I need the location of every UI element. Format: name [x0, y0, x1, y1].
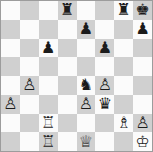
- square-e7: ♟: [77, 20, 96, 39]
- piece-white-king: ♔: [135, 133, 149, 149]
- square-d7: [58, 20, 77, 39]
- square-e3: ♙: [77, 95, 96, 114]
- square-g8: ♜: [114, 1, 133, 20]
- square-e1: ♕: [77, 132, 96, 151]
- square-g7: [114, 20, 133, 39]
- piece-white-pawn: ♙: [98, 77, 112, 93]
- piece-white-bishop: ♗: [117, 114, 131, 130]
- square-f4: ♙: [95, 76, 114, 95]
- square-a1: [1, 132, 20, 151]
- square-h1: ♔: [133, 132, 152, 151]
- piece-black-pawn: ♟: [41, 39, 55, 55]
- piece-white-rook: ♖: [41, 114, 55, 130]
- square-g2: ♗: [114, 114, 133, 133]
- square-f6: ♟: [95, 39, 114, 58]
- chess-board: ♜♜♚♟♟♟♟♙♞♙♙♙♛♖♗♙♖♕♔: [1, 1, 152, 151]
- square-a3: ♙: [1, 95, 20, 114]
- square-f1: [95, 132, 114, 151]
- square-h2: ♙: [133, 114, 152, 133]
- square-c3: [39, 95, 58, 114]
- square-d1: [58, 132, 77, 151]
- chess-board-frame: ♜♜♚♟♟♟♟♙♞♙♙♙♛♖♗♙♖♕♔: [0, 0, 153, 152]
- square-h5: [133, 57, 152, 76]
- square-b4: ♙: [20, 76, 39, 95]
- piece-black-pawn: ♟: [98, 39, 112, 55]
- square-b6: [20, 39, 39, 58]
- square-h8: ♚: [133, 1, 152, 20]
- square-e4: ♞: [77, 76, 96, 95]
- square-a8: [1, 1, 20, 20]
- piece-black-rook: ♜: [117, 2, 131, 18]
- square-e5: [77, 57, 96, 76]
- square-g5: [114, 57, 133, 76]
- piece-white-rook: ♖: [41, 133, 55, 149]
- square-d5: [58, 57, 77, 76]
- piece-black-queen: ♛: [98, 96, 112, 112]
- square-d2: [58, 114, 77, 133]
- square-g6: [114, 39, 133, 58]
- piece-black-pawn: ♟: [135, 21, 149, 37]
- square-f7: [95, 20, 114, 39]
- square-c8: [39, 1, 58, 20]
- square-f8: [95, 1, 114, 20]
- square-a5: [1, 57, 20, 76]
- square-d6: [58, 39, 77, 58]
- square-b2: [20, 114, 39, 133]
- square-a2: [1, 114, 20, 133]
- square-e8: [77, 1, 96, 20]
- square-c5: [39, 57, 58, 76]
- piece-white-pawn: ♙: [135, 114, 149, 130]
- square-b1: [20, 132, 39, 151]
- square-a7: [1, 20, 20, 39]
- square-b7: [20, 20, 39, 39]
- piece-black-knight: ♞: [79, 77, 93, 93]
- piece-white-pawn: ♙: [3, 96, 17, 112]
- square-a4: [1, 76, 20, 95]
- square-h7: ♟: [133, 20, 152, 39]
- square-f2: [95, 114, 114, 133]
- piece-black-king: ♚: [135, 2, 149, 18]
- square-b8: [20, 1, 39, 20]
- square-d8: ♜: [58, 1, 77, 20]
- square-e2: [77, 114, 96, 133]
- square-c4: [39, 76, 58, 95]
- square-d3: [58, 95, 77, 114]
- piece-white-pawn: ♙: [79, 96, 93, 112]
- square-c6: ♟: [39, 39, 58, 58]
- square-h4: [133, 76, 152, 95]
- square-c7: [39, 20, 58, 39]
- square-g1: [114, 132, 133, 151]
- square-f5: [95, 57, 114, 76]
- square-c2: ♖: [39, 114, 58, 133]
- square-b3: [20, 95, 39, 114]
- piece-black-rook: ♜: [60, 2, 74, 18]
- square-d4: [58, 76, 77, 95]
- square-e6: [77, 39, 96, 58]
- square-g3: [114, 95, 133, 114]
- square-b5: [20, 57, 39, 76]
- square-h6: [133, 39, 152, 58]
- piece-black-pawn: ♟: [79, 21, 93, 37]
- square-h3: [133, 95, 152, 114]
- piece-white-queen: ♕: [79, 133, 93, 149]
- square-a6: [1, 39, 20, 58]
- square-f3: ♛: [95, 95, 114, 114]
- square-c1: ♖: [39, 132, 58, 151]
- piece-white-pawn: ♙: [22, 77, 36, 93]
- square-g4: [114, 76, 133, 95]
